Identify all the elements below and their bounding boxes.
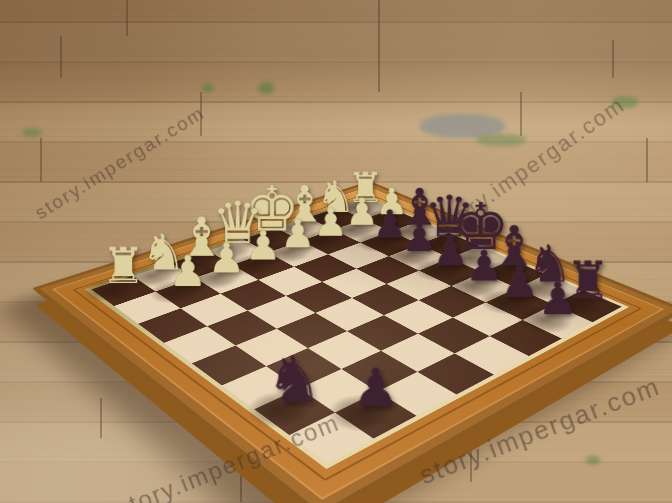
- color-smudge: [612, 96, 638, 108]
- color-smudge: [22, 128, 42, 137]
- black-p-glyph: ♟: [495, 276, 620, 321]
- white-p-glyph: ♟: [129, 250, 248, 293]
- plank-seam: [200, 92, 202, 136]
- plank-seam: [60, 36, 62, 78]
- plank-seam: [126, 0, 128, 36]
- plank-seam: [646, 138, 648, 182]
- color-smudge: [476, 134, 526, 146]
- plank-seam: [378, 0, 380, 92]
- photo-scene: ♜♟♝♛♚♝♞♜♞♟♟♟♟♟♟♟♝♟♚♟♛♟♝♟♞♟♟♜♞ story.impe…: [0, 0, 672, 503]
- color-smudge: [586, 456, 600, 465]
- plank-seam: [40, 138, 42, 182]
- color-smudge: [258, 82, 274, 94]
- color-smudge: [202, 84, 214, 92]
- plank-seam: [612, 40, 614, 78]
- plank-seam: [100, 398, 102, 438]
- plank-seam: [520, 92, 522, 136]
- black-p-glyph: ♟: [302, 361, 450, 414]
